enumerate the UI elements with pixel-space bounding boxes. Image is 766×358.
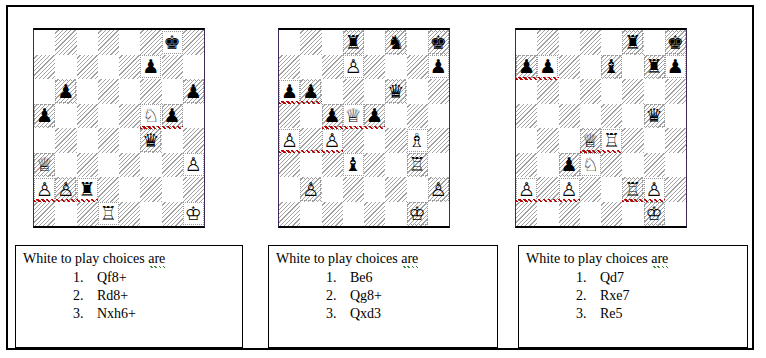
black-pawn-b7: ♟ xyxy=(538,56,557,77)
square-h5 xyxy=(428,104,449,129)
square-f5 xyxy=(385,104,406,129)
square-g2 xyxy=(162,177,183,202)
square-a8 xyxy=(34,30,55,55)
square-g3 xyxy=(644,153,665,178)
caption-box-1: White to play choices are 1.Qf8+2.Rd8+3.… xyxy=(15,245,243,348)
spellcheck-squiggle xyxy=(34,199,98,202)
black-pawn-b6: ♟ xyxy=(56,81,75,102)
square-c2: ♙ xyxy=(559,177,580,202)
square-d1: ♖ xyxy=(98,202,119,227)
square-f6: ♛ xyxy=(385,79,406,104)
square-g4 xyxy=(644,128,665,153)
square-a6 xyxy=(34,79,55,104)
square-f1 xyxy=(140,202,161,227)
white-rook-e4: ♖ xyxy=(602,130,621,151)
square-d7 xyxy=(98,55,119,80)
square-d6 xyxy=(580,79,601,104)
square-g4 xyxy=(162,128,183,153)
square-b3 xyxy=(300,153,321,178)
square-h7 xyxy=(183,55,204,80)
square-e8 xyxy=(119,30,140,55)
square-f6 xyxy=(622,79,643,104)
square-c8 xyxy=(322,30,343,55)
chess-board-3: ♜♚♟♟♝♜♟♛♕♖♟♘♙♙♖♙♔ xyxy=(515,28,687,228)
choice-item: 3.Nxh6+ xyxy=(73,305,242,323)
black-pawn-b6: ♟ xyxy=(301,81,320,102)
square-c1 xyxy=(322,202,343,227)
square-d6 xyxy=(343,79,364,104)
black-rook-d8: ♜ xyxy=(344,32,363,53)
black-rook-c2: ♜ xyxy=(78,179,97,200)
square-e6 xyxy=(601,79,622,104)
square-a6: ♟ xyxy=(279,79,300,104)
square-f5 xyxy=(622,104,643,129)
square-c4: ♙ xyxy=(322,128,343,153)
choice-number: 2. xyxy=(576,287,600,305)
square-e7: ♝ xyxy=(601,55,622,80)
square-f1 xyxy=(622,202,643,227)
white-rook-g3: ♖ xyxy=(408,154,427,175)
square-f2 xyxy=(140,177,161,202)
white-pawn-b2: ♙ xyxy=(56,179,75,200)
spellcheck-squiggle xyxy=(516,77,559,80)
square-a1 xyxy=(279,202,300,227)
choice-list: 1.Qd72.Rxe73.Re5 xyxy=(519,269,747,323)
square-a8 xyxy=(516,30,537,55)
square-d8: ♜ xyxy=(343,30,364,55)
white-knight-d3: ♘ xyxy=(581,154,600,175)
square-e7 xyxy=(119,55,140,80)
square-d3: ♘ xyxy=(580,153,601,178)
square-e8 xyxy=(601,30,622,55)
square-d8 xyxy=(98,30,119,55)
square-h5 xyxy=(665,104,686,129)
white-knight-f5: ♘ xyxy=(141,105,160,126)
choice-move: Qf8+ xyxy=(97,269,242,287)
square-h3 xyxy=(665,153,686,178)
square-h6 xyxy=(665,79,686,104)
chess-board-2-grid: ♜♞♚♙♟♟♟♛♟♕♟♙♙♗♝♖♙♙♔ xyxy=(279,30,449,226)
square-a3 xyxy=(516,153,537,178)
choice-item: 3.Qxd3 xyxy=(326,305,497,323)
square-e4 xyxy=(119,128,140,153)
square-b5 xyxy=(55,104,76,129)
caption-box-2: White to play choices are 1.Be62.Qg8+3.Q… xyxy=(268,245,498,348)
square-a2: ♙ xyxy=(516,177,537,202)
black-king-g8: ♚ xyxy=(163,32,182,53)
white-pawn-a2: ♙ xyxy=(35,179,54,200)
square-h3 xyxy=(428,153,449,178)
choice-item: 1.Be6 xyxy=(326,269,497,287)
square-b1 xyxy=(537,202,558,227)
square-e4: ♖ xyxy=(601,128,622,153)
caption-title: White to play choices are xyxy=(519,246,747,267)
square-a4 xyxy=(516,128,537,153)
chess-board-1-grid: ♚♟♟♟♟♘♟♛♕♙♙♙♜♖♔ xyxy=(34,30,204,226)
caption-title-squiggle-word: are xyxy=(401,251,418,268)
square-e3 xyxy=(601,153,622,178)
square-a3 xyxy=(279,153,300,178)
white-pawn-a4: ♙ xyxy=(280,130,299,151)
choice-move: Nxh6+ xyxy=(97,305,242,323)
square-h6 xyxy=(428,79,449,104)
square-c4 xyxy=(559,128,580,153)
choice-item: 2.Rd8+ xyxy=(73,287,242,305)
square-d2 xyxy=(343,177,364,202)
chess-board-3-grid: ♜♚♟♟♝♜♟♛♕♖♟♘♙♙♖♙♔ xyxy=(516,30,686,226)
square-e2 xyxy=(601,177,622,202)
square-a1 xyxy=(34,202,55,227)
square-b2 xyxy=(537,177,558,202)
spellcheck-squiggle xyxy=(516,199,580,202)
spellcheck-squiggle xyxy=(622,199,665,202)
black-pawn-c3: ♟ xyxy=(560,154,579,175)
square-b7: ♟ xyxy=(537,55,558,80)
choice-move: Re5 xyxy=(600,305,747,323)
square-h2: ♙ xyxy=(428,177,449,202)
square-h5 xyxy=(183,104,204,129)
square-a4 xyxy=(34,128,55,153)
square-h6: ♟ xyxy=(183,79,204,104)
square-h1: ♔ xyxy=(183,202,204,227)
square-g3 xyxy=(162,153,183,178)
square-h8: ♚ xyxy=(428,30,449,55)
square-g4: ♗ xyxy=(407,128,428,153)
black-pawn-a6: ♟ xyxy=(280,81,299,102)
square-g1: ♔ xyxy=(644,202,665,227)
square-d5: ♕ xyxy=(343,104,364,129)
square-f8 xyxy=(140,30,161,55)
square-h7: ♟ xyxy=(428,55,449,80)
black-pawn-a7: ♟ xyxy=(517,56,536,77)
square-c6 xyxy=(77,79,98,104)
square-g6 xyxy=(407,79,428,104)
square-h4 xyxy=(428,128,449,153)
square-b8 xyxy=(55,30,76,55)
square-c2: ♜ xyxy=(77,177,98,202)
square-c5 xyxy=(77,104,98,129)
choice-list: 1.Be62.Qg8+3.Qxd3 xyxy=(269,269,497,323)
square-h4 xyxy=(665,128,686,153)
black-pawn-a5: ♟ xyxy=(35,105,54,126)
square-g7: ♜ xyxy=(644,55,665,80)
square-e1 xyxy=(601,202,622,227)
square-e6 xyxy=(119,79,140,104)
white-pawn-g2: ♙ xyxy=(645,179,664,200)
square-b6: ♟ xyxy=(300,79,321,104)
white-pawn-h3: ♙ xyxy=(184,154,203,175)
square-d5 xyxy=(580,104,601,129)
choice-number: 3. xyxy=(73,305,97,323)
square-c3 xyxy=(77,153,98,178)
square-g5: ♟ xyxy=(162,104,183,129)
choice-move: Be6 xyxy=(350,269,497,287)
square-c1 xyxy=(77,202,98,227)
square-d3: ♝ xyxy=(343,153,364,178)
square-g1 xyxy=(162,202,183,227)
square-g2: ♙ xyxy=(644,177,665,202)
white-king-g1: ♔ xyxy=(645,203,664,224)
square-c8 xyxy=(559,30,580,55)
square-f8: ♜ xyxy=(622,30,643,55)
black-pawn-h7: ♟ xyxy=(429,56,448,77)
white-bishop-g4: ♗ xyxy=(408,130,427,151)
square-h2 xyxy=(665,177,686,202)
spellcheck-squiggle xyxy=(580,150,623,153)
square-d1 xyxy=(343,202,364,227)
white-king-h1: ♔ xyxy=(184,203,203,224)
spellcheck-squiggle xyxy=(279,150,343,153)
black-bishop-e7: ♝ xyxy=(602,56,621,77)
square-g7 xyxy=(407,55,428,80)
square-f7 xyxy=(385,55,406,80)
choice-number: 1. xyxy=(326,269,350,287)
square-d8 xyxy=(580,30,601,55)
square-a3: ♕ xyxy=(34,153,55,178)
spellcheck-squiggle xyxy=(279,101,322,104)
white-pawn-a2: ♙ xyxy=(517,179,536,200)
square-h8: ♚ xyxy=(665,30,686,55)
square-c3: ♟ xyxy=(559,153,580,178)
white-rook-d1: ♖ xyxy=(99,203,118,224)
document-page: ♚♟♟♟♟♘♟♛♕♙♙♙♜♖♔ ♜♞♚♙♟♟♟♛♟♕♟♙♙♗♝♖♙♙♔ ♜♚♟♟… xyxy=(0,0,766,358)
white-pawn-c4: ♙ xyxy=(323,130,342,151)
square-f3 xyxy=(140,153,161,178)
square-f4: ♛ xyxy=(140,128,161,153)
square-e4 xyxy=(364,128,385,153)
caption-title-text: White to play choices xyxy=(276,251,398,266)
caption-title-squiggle-word: are xyxy=(148,251,165,268)
choice-move: Qd7 xyxy=(600,269,747,287)
square-g8 xyxy=(407,30,428,55)
square-g3: ♖ xyxy=(407,153,428,178)
black-pawn-h7: ♟ xyxy=(666,56,685,77)
square-f3 xyxy=(385,153,406,178)
white-queen-d4: ♕ xyxy=(581,130,600,151)
square-b8 xyxy=(300,30,321,55)
square-b8 xyxy=(537,30,558,55)
white-pawn-c2: ♙ xyxy=(560,179,579,200)
choice-number: 1. xyxy=(576,269,600,287)
square-c7 xyxy=(559,55,580,80)
choice-item: 1.Qd7 xyxy=(576,269,747,287)
square-g7 xyxy=(162,55,183,80)
square-d7: ♙ xyxy=(343,55,364,80)
square-f5: ♘ xyxy=(140,104,161,129)
square-c2 xyxy=(322,177,343,202)
square-d4 xyxy=(343,128,364,153)
square-b2: ♙ xyxy=(300,177,321,202)
black-queen-f4: ♛ xyxy=(141,130,160,151)
square-b6 xyxy=(537,79,558,104)
square-e2 xyxy=(119,177,140,202)
square-e5: ♟ xyxy=(364,104,385,129)
white-queen-d5: ♕ xyxy=(344,105,363,126)
square-a7 xyxy=(279,55,300,80)
square-c8 xyxy=(77,30,98,55)
square-c7 xyxy=(77,55,98,80)
square-f1 xyxy=(385,202,406,227)
square-a7: ♟ xyxy=(516,55,537,80)
caption-title: White to play choices are xyxy=(16,246,242,267)
square-d1 xyxy=(580,202,601,227)
black-king-h8: ♚ xyxy=(666,32,685,53)
black-king-h8: ♚ xyxy=(429,32,448,53)
white-pawn-d7: ♙ xyxy=(344,56,363,77)
square-e8 xyxy=(364,30,385,55)
caption-title-text: White to play choices xyxy=(526,251,648,266)
square-h4 xyxy=(183,128,204,153)
choice-number: 2. xyxy=(73,287,97,305)
square-e1 xyxy=(364,202,385,227)
black-queen-g5: ♛ xyxy=(645,105,664,126)
square-e5 xyxy=(119,104,140,129)
square-a4: ♙ xyxy=(279,128,300,153)
square-b4 xyxy=(55,128,76,153)
black-pawn-f7: ♟ xyxy=(141,56,160,77)
square-a5: ♟ xyxy=(34,104,55,129)
square-b3 xyxy=(55,153,76,178)
square-d2 xyxy=(580,177,601,202)
white-rook-f2: ♖ xyxy=(623,179,642,200)
black-queen-f6: ♛ xyxy=(386,81,405,102)
square-h3: ♙ xyxy=(183,153,204,178)
square-d4: ♕ xyxy=(580,128,601,153)
square-e7 xyxy=(364,55,385,80)
square-g5 xyxy=(407,104,428,129)
square-b5 xyxy=(300,104,321,129)
spellcheck-squiggle xyxy=(322,126,386,129)
square-f4 xyxy=(385,128,406,153)
caption-title: White to play choices are xyxy=(269,246,497,267)
white-queen-a3: ♕ xyxy=(35,154,54,175)
square-f6 xyxy=(140,79,161,104)
square-g1: ♔ xyxy=(407,202,428,227)
square-e5 xyxy=(601,104,622,129)
black-rook-f8: ♜ xyxy=(623,32,642,53)
square-d7 xyxy=(580,55,601,80)
square-d2 xyxy=(98,177,119,202)
black-pawn-e5: ♟ xyxy=(365,105,384,126)
choice-move: Rxe7 xyxy=(600,287,747,305)
square-b6: ♟ xyxy=(55,79,76,104)
square-e3 xyxy=(119,153,140,178)
square-b7 xyxy=(55,55,76,80)
chess-board-1: ♚♟♟♟♟♘♟♛♕♙♙♙♜♖♔ xyxy=(33,28,205,228)
square-f3 xyxy=(622,153,643,178)
choice-move: Qxd3 xyxy=(350,305,497,323)
choice-move: Rd8+ xyxy=(97,287,242,305)
choice-item: 3.Re5 xyxy=(576,305,747,323)
square-g2 xyxy=(407,177,428,202)
square-b4 xyxy=(537,128,558,153)
square-a6 xyxy=(516,79,537,104)
black-rook-g7: ♜ xyxy=(645,56,664,77)
choice-list: 1.Qf8+2.Rd8+3.Nxh6+ xyxy=(16,269,242,323)
square-b1 xyxy=(300,202,321,227)
square-f7 xyxy=(622,55,643,80)
square-b2: ♙ xyxy=(55,177,76,202)
square-a2 xyxy=(279,177,300,202)
square-h8 xyxy=(183,30,204,55)
square-c1 xyxy=(559,202,580,227)
white-pawn-h2: ♙ xyxy=(429,179,448,200)
square-a5 xyxy=(279,104,300,129)
square-c7 xyxy=(322,55,343,80)
square-g6 xyxy=(162,79,183,104)
square-a1 xyxy=(516,202,537,227)
square-c3 xyxy=(322,153,343,178)
choice-item: 2.Qg8+ xyxy=(326,287,497,305)
square-h2 xyxy=(183,177,204,202)
square-g8 xyxy=(644,30,665,55)
square-g6 xyxy=(644,79,665,104)
square-h1 xyxy=(428,202,449,227)
square-c5: ♟ xyxy=(322,104,343,129)
choice-item: 1.Qf8+ xyxy=(73,269,242,287)
square-a7 xyxy=(34,55,55,80)
square-d5 xyxy=(98,104,119,129)
square-f8: ♞ xyxy=(385,30,406,55)
square-b5 xyxy=(537,104,558,129)
choice-move: Qg8+ xyxy=(350,287,497,305)
square-a5 xyxy=(516,104,537,129)
square-g8: ♚ xyxy=(162,30,183,55)
choice-number: 2. xyxy=(326,287,350,305)
choice-number: 1. xyxy=(73,269,97,287)
square-b1 xyxy=(55,202,76,227)
square-c4 xyxy=(77,128,98,153)
square-c5 xyxy=(559,104,580,129)
square-a8 xyxy=(279,30,300,55)
black-pawn-c5: ♟ xyxy=(323,105,342,126)
square-d6 xyxy=(98,79,119,104)
choice-number: 3. xyxy=(576,305,600,323)
white-king-g1: ♔ xyxy=(408,203,427,224)
square-d4 xyxy=(98,128,119,153)
square-h1 xyxy=(665,202,686,227)
black-bishop-d3: ♝ xyxy=(344,154,363,175)
square-b7 xyxy=(300,55,321,80)
square-b4 xyxy=(300,128,321,153)
square-e2 xyxy=(364,177,385,202)
caption-box-3: White to play choices are 1.Qd72.Rxe73.R… xyxy=(518,245,748,348)
square-f2 xyxy=(385,177,406,202)
white-pawn-b2: ♙ xyxy=(301,179,320,200)
square-e1 xyxy=(119,202,140,227)
square-e3 xyxy=(364,153,385,178)
chess-board-2: ♜♞♚♙♟♟♟♛♟♕♟♙♙♗♝♖♙♙♔ xyxy=(278,28,450,228)
square-b3 xyxy=(537,153,558,178)
square-f7: ♟ xyxy=(140,55,161,80)
square-c6 xyxy=(559,79,580,104)
black-knight-f8: ♞ xyxy=(386,32,405,53)
choice-number: 3. xyxy=(326,305,350,323)
square-f4 xyxy=(622,128,643,153)
black-pawn-g5: ♟ xyxy=(163,105,182,126)
square-h7: ♟ xyxy=(665,55,686,80)
square-c6 xyxy=(322,79,343,104)
choice-item: 2.Rxe7 xyxy=(576,287,747,305)
black-pawn-h6: ♟ xyxy=(184,81,203,102)
square-g5: ♛ xyxy=(644,104,665,129)
square-a2: ♙ xyxy=(34,177,55,202)
caption-title-text: White to play choices xyxy=(23,251,145,266)
square-f2: ♖ xyxy=(622,177,643,202)
spellcheck-squiggle xyxy=(140,126,183,129)
caption-title-squiggle-word: are xyxy=(651,251,668,268)
square-d3 xyxy=(98,153,119,178)
